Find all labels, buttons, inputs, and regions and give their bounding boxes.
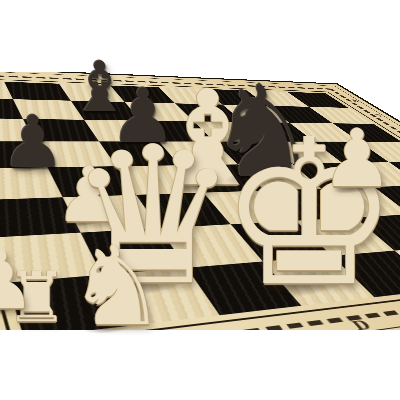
file-label-c: C [233,323,331,330]
chess-photo-scene: ABCDEFGH 12345678 ♝♟♟♝♞♟♛♚♟♜♞♟ [0,0,400,400]
file-label-d: D [317,314,400,330]
photo-frame: ABCDEFGH 12345678 [0,72,400,330]
board-squares [0,80,400,330]
chess-board: ABCDEFGH 12345678 [0,72,400,330]
